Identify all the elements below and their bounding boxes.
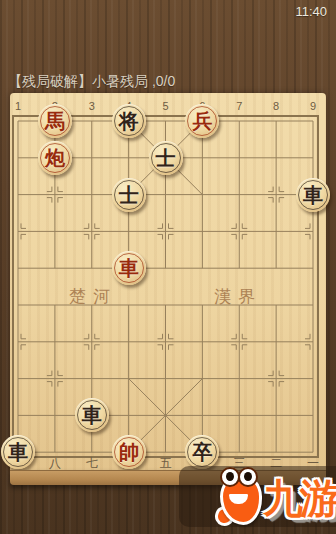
mascot-eye-right — [238, 467, 258, 487]
piece-red-f4r4[interactable]: 車 — [112, 251, 146, 285]
piece-glyph: 兵 — [185, 104, 219, 138]
piece-glyph: 車 — [112, 251, 146, 285]
file-label-top-1: 1 — [15, 100, 21, 112]
file-label-top-7: 7 — [236, 100, 242, 112]
9game-mascot-icon — [217, 467, 263, 525]
mascot-eye-left — [220, 467, 240, 487]
piece-black-f4r2[interactable]: 士 — [112, 178, 146, 212]
xiangqi-board[interactable]: 123456789九八七六五四三二一 楚河 漢界 馬将兵炮士士車車車車帥卒 — [10, 93, 326, 470]
watermark-band: 九游 — [179, 466, 336, 527]
file-label-top-5: 5 — [162, 100, 168, 112]
piece-black-f4r0[interactable]: 将 — [112, 104, 146, 138]
piece-glyph: 士 — [149, 141, 183, 175]
file-label-top-9: 9 — [310, 100, 316, 112]
piece-black-f3r8[interactable]: 車 — [75, 398, 109, 432]
piece-red-f4r9[interactable]: 帥 — [112, 435, 146, 469]
page-title: 【残局破解】小暑残局 ,0/0 — [8, 73, 175, 91]
piece-red-f6r0[interactable]: 兵 — [185, 104, 219, 138]
status-bar-clock: 11:40 — [295, 4, 327, 19]
piece-glyph: 車 — [296, 178, 330, 212]
piece-black-f6r9[interactable]: 卒 — [185, 435, 219, 469]
piece-black-f5r1[interactable]: 士 — [149, 141, 183, 175]
piece-black-f1r9[interactable]: 車 — [1, 435, 35, 469]
piece-glyph: 車 — [75, 398, 109, 432]
piece-glyph: 将 — [112, 104, 146, 138]
river-label-right: 漢界 — [214, 285, 262, 308]
piece-black-f9r2[interactable]: 車 — [296, 178, 330, 212]
piece-glyph: 帥 — [112, 435, 146, 469]
river-label-left: 楚河 — [69, 285, 117, 308]
app-screen: 11:40 【残局破解】小暑残局 ,0/0 123456789九八七六五四三二一… — [0, 0, 336, 534]
file-label-bottom-3: 七 — [86, 455, 98, 472]
piece-glyph: 馬 — [38, 104, 72, 138]
piece-red-f2r1[interactable]: 炮 — [38, 141, 72, 175]
file-label-bottom-2: 八 — [49, 455, 61, 472]
piece-glyph: 車 — [1, 435, 35, 469]
watermark-brand-text: 九游 — [263, 471, 336, 526]
piece-red-f2r0[interactable]: 馬 — [38, 104, 72, 138]
piece-glyph: 士 — [112, 178, 146, 212]
file-label-top-3: 3 — [89, 100, 95, 112]
file-label-bottom-5: 五 — [160, 455, 172, 472]
piece-glyph: 炮 — [38, 141, 72, 175]
file-label-top-8: 8 — [273, 100, 279, 112]
piece-glyph: 卒 — [185, 435, 219, 469]
